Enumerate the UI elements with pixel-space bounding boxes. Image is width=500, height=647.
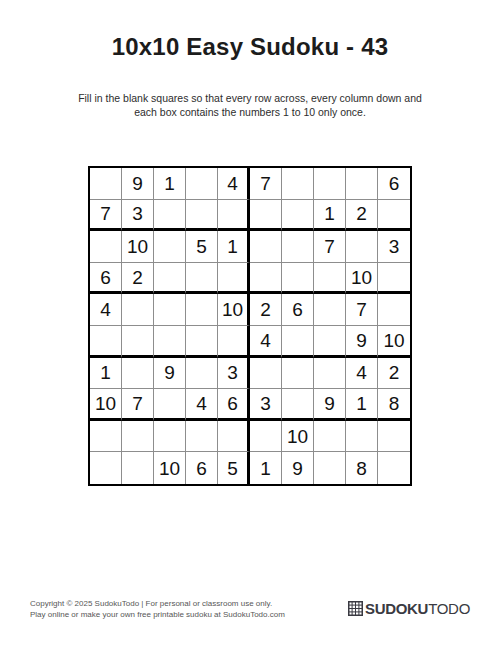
cell-r7c2-empty[interactable] <box>122 358 154 390</box>
cell-r2c8-given: 1 <box>314 200 346 232</box>
cell-r8c4-given: 4 <box>186 389 218 421</box>
cell-r3c10-given: 3 <box>378 231 410 263</box>
cell-r6c5-empty[interactable] <box>218 326 250 358</box>
cell-r9c7-given: 10 <box>282 421 314 453</box>
logo-text-sudoku: SUDOKU <box>365 600 428 617</box>
cell-r9c8-empty[interactable] <box>314 421 346 453</box>
cell-r1c9-empty[interactable] <box>346 168 378 200</box>
cell-r6c4-empty[interactable] <box>186 326 218 358</box>
cell-r5c4-empty[interactable] <box>186 294 218 326</box>
cell-r1c5-given: 4 <box>218 168 250 200</box>
cell-r1c3-given: 1 <box>154 168 186 200</box>
logo-text-todo: TODO <box>428 600 470 617</box>
cell-r4c7-empty[interactable] <box>282 263 314 295</box>
cell-r3c5-given: 1 <box>218 231 250 263</box>
cell-r8c1-given: 10 <box>90 389 122 421</box>
sudoku-board: 9147673121051736210410267491019342107463… <box>88 166 412 486</box>
cell-r7c5-given: 3 <box>218 358 250 390</box>
cell-r9c9-empty[interactable] <box>346 421 378 453</box>
cell-r2c5-empty[interactable] <box>218 200 250 232</box>
cell-r9c3-empty[interactable] <box>154 421 186 453</box>
cell-r3c3-empty[interactable] <box>154 231 186 263</box>
cell-r2c7-empty[interactable] <box>282 200 314 232</box>
cell-r1c8-empty[interactable] <box>314 168 346 200</box>
cell-r2c4-empty[interactable] <box>186 200 218 232</box>
cell-r6c9-given: 9 <box>346 326 378 358</box>
cell-r4c3-empty[interactable] <box>154 263 186 295</box>
cell-r10c5-given: 5 <box>218 452 250 484</box>
page-title: 10x10 Easy Sudoku - 43 <box>0 33 500 61</box>
cell-r1c2-given: 9 <box>122 168 154 200</box>
cell-r7c8-empty[interactable] <box>314 358 346 390</box>
cell-r5c5-given: 10 <box>218 294 250 326</box>
footer: Copyright © 2025 SudokuTodo | For person… <box>30 598 470 620</box>
cell-r10c2-empty[interactable] <box>122 452 154 484</box>
cell-r5c2-empty[interactable] <box>122 294 154 326</box>
cell-r9c5-empty[interactable] <box>218 421 250 453</box>
cell-r2c9-given: 2 <box>346 200 378 232</box>
cell-r1c4-empty[interactable] <box>186 168 218 200</box>
cell-r7c7-empty[interactable] <box>282 358 314 390</box>
cell-r9c10-empty[interactable] <box>378 421 410 453</box>
cell-r3c4-given: 5 <box>186 231 218 263</box>
cell-r9c6-empty[interactable] <box>250 421 282 453</box>
cell-r1c1-empty[interactable] <box>90 168 122 200</box>
cell-r10c10-empty[interactable] <box>378 452 410 484</box>
cell-r6c7-empty[interactable] <box>282 326 314 358</box>
cell-r3c7-empty[interactable] <box>282 231 314 263</box>
cell-r6c2-empty[interactable] <box>122 326 154 358</box>
instructions: Fill in the blank squares so that every … <box>0 91 500 119</box>
cell-r1c6-given: 7 <box>250 168 282 200</box>
cell-r2c1-given: 7 <box>90 200 122 232</box>
cell-r7c4-empty[interactable] <box>186 358 218 390</box>
cell-r3c2-given: 10 <box>122 231 154 263</box>
cell-r2c2-given: 3 <box>122 200 154 232</box>
cell-r8c7-empty[interactable] <box>282 389 314 421</box>
cell-r7c9-given: 4 <box>346 358 378 390</box>
sudokutodo-logo: SUDOKU TODO <box>348 600 470 617</box>
cell-r7c6-empty[interactable] <box>250 358 282 390</box>
cell-r2c10-empty[interactable] <box>378 200 410 232</box>
cell-r4c1-given: 6 <box>90 263 122 295</box>
cell-r8c10-given: 8 <box>378 389 410 421</box>
cell-r9c1-empty[interactable] <box>90 421 122 453</box>
cell-r6c10-given: 10 <box>378 326 410 358</box>
cell-r8c3-empty[interactable] <box>154 389 186 421</box>
cell-r6c6-given: 4 <box>250 326 282 358</box>
cell-r7c10-given: 2 <box>378 358 410 390</box>
cell-r9c4-empty[interactable] <box>186 421 218 453</box>
copyright-line1: Copyright © 2025 SudokuTodo | For person… <box>30 598 285 609</box>
cell-r3c9-empty[interactable] <box>346 231 378 263</box>
cell-r1c7-empty[interactable] <box>282 168 314 200</box>
cell-r10c4-given: 6 <box>186 452 218 484</box>
cell-r10c7-given: 9 <box>282 452 314 484</box>
cell-r4c10-empty[interactable] <box>378 263 410 295</box>
cell-r8c6-given: 3 <box>250 389 282 421</box>
cell-r6c1-empty[interactable] <box>90 326 122 358</box>
cell-r10c3-given: 10 <box>154 452 186 484</box>
cell-r5c6-given: 2 <box>250 294 282 326</box>
cell-r9c2-empty[interactable] <box>122 421 154 453</box>
cell-r4c2-given: 2 <box>122 263 154 295</box>
cell-r3c8-given: 7 <box>314 231 346 263</box>
cell-r3c1-empty[interactable] <box>90 231 122 263</box>
cell-r3c6-empty[interactable] <box>250 231 282 263</box>
cell-r2c6-empty[interactable] <box>250 200 282 232</box>
cell-r5c7-given: 6 <box>282 294 314 326</box>
cell-r10c9-given: 8 <box>346 452 378 484</box>
cell-r5c10-empty[interactable] <box>378 294 410 326</box>
cell-r5c1-given: 4 <box>90 294 122 326</box>
cell-r10c6-given: 1 <box>250 452 282 484</box>
cell-r6c8-empty[interactable] <box>314 326 346 358</box>
cell-r4c4-empty[interactable] <box>186 263 218 295</box>
cell-r4c9-given: 10 <box>346 263 378 295</box>
cell-r5c8-empty[interactable] <box>314 294 346 326</box>
cell-r2c3-empty[interactable] <box>154 200 186 232</box>
copyright-text: Copyright © 2025 SudokuTodo | For person… <box>30 598 285 620</box>
cell-r5c9-given: 7 <box>346 294 378 326</box>
cell-r10c8-empty[interactable] <box>314 452 346 484</box>
cell-r8c8-given: 9 <box>314 389 346 421</box>
cell-r5c3-empty[interactable] <box>154 294 186 326</box>
copyright-line2: Play online or make your own free printa… <box>30 609 285 620</box>
cell-r4c5-empty[interactable] <box>218 263 250 295</box>
cell-r4c6-empty[interactable] <box>250 263 282 295</box>
cell-r7c1-given: 1 <box>90 358 122 390</box>
sudoku-grid-icon <box>348 601 363 616</box>
instructions-line1: Fill in the blank squares so that every … <box>0 91 500 105</box>
cell-r10c1-empty[interactable] <box>90 452 122 484</box>
cell-r7c3-given: 9 <box>154 358 186 390</box>
instructions-line2: each box contains the numbers 1 to 10 on… <box>0 105 500 119</box>
cell-r8c2-given: 7 <box>122 389 154 421</box>
cell-r4c8-empty[interactable] <box>314 263 346 295</box>
cell-r8c5-given: 6 <box>218 389 250 421</box>
page: 10x10 Easy Sudoku - 43 Fill in the blank… <box>0 0 500 647</box>
cell-r6c3-empty[interactable] <box>154 326 186 358</box>
cell-r1c10-given: 6 <box>378 168 410 200</box>
cell-r8c9-given: 1 <box>346 389 378 421</box>
